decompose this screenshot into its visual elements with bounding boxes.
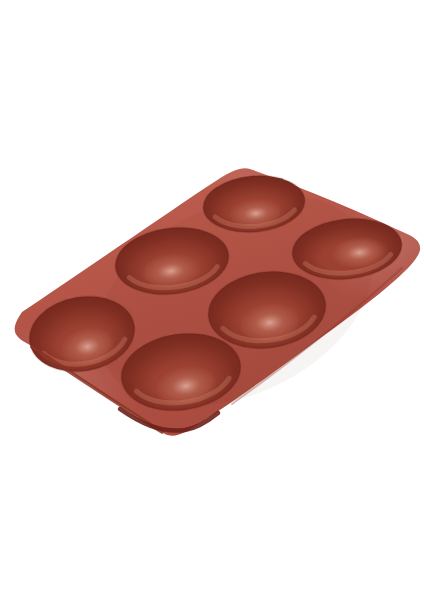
product-photo	[0, 0, 424, 600]
mold-illustration	[0, 0, 424, 600]
